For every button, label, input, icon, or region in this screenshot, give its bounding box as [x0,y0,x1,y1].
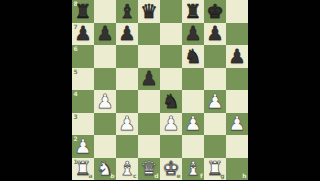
black-king-g8: ♚ [204,0,226,23]
square-b2[interactable] [94,135,116,158]
black-pawn-h6: ♟ [226,45,248,68]
square-e3[interactable]: ♟ [160,113,182,136]
square-e4[interactable]: ♞ [160,90,182,113]
square-h5[interactable] [226,68,248,91]
square-g7[interactable]: ♟ [204,23,226,46]
file-label-h: h [242,173,246,179]
square-d8[interactable]: ♛ [138,0,160,23]
white-pawn-c3: ♟ [116,113,138,136]
rank-label-2: 2 [74,136,78,142]
square-h8[interactable] [226,0,248,23]
square-f8[interactable]: ♜ [182,0,204,23]
square-c2[interactable] [116,135,138,158]
white-pawn-a2: ♟ [72,135,94,158]
white-pawn-e3: ♟ [160,113,182,136]
white-pawn-g4: ♟ [204,90,226,113]
square-e8[interactable] [160,0,182,23]
square-e7[interactable] [160,23,182,46]
square-e1[interactable]: e♚ [160,158,182,181]
rank-label-7: 7 [74,24,78,30]
square-b3[interactable] [94,113,116,136]
square-f7[interactable]: ♟ [182,23,204,46]
square-a3[interactable]: 3 [72,113,94,136]
file-label-b: b [110,173,114,179]
square-f4[interactable] [182,90,204,113]
square-g1[interactable]: g♜ [204,158,226,181]
rank-label-1: 1 [74,159,78,165]
rank-label-5: 5 [74,69,78,75]
black-pawn-g7: ♟ [204,23,226,46]
chess-board: 8♜♝♛♜♚7♟♟♟♟♟6♞♟5♟4♟♞♟3♟♟♟♟2♟1a♜b♞c♝d♛e♚f… [72,0,248,180]
white-pawn-b4: ♟ [94,90,116,113]
square-e6[interactable] [160,45,182,68]
letterbox-left [0,0,72,180]
square-c5[interactable] [116,68,138,91]
square-c3[interactable]: ♟ [116,113,138,136]
square-d7[interactable] [138,23,160,46]
square-f5[interactable] [182,68,204,91]
square-c4[interactable] [116,90,138,113]
white-rook-a1: ♜ [72,158,94,181]
white-bishop-f1: ♝ [182,158,204,181]
square-c6[interactable] [116,45,138,68]
square-h4[interactable] [226,90,248,113]
square-d6[interactable] [138,45,160,68]
square-f2[interactable] [182,135,204,158]
rank-label-4: 4 [74,91,78,97]
white-queen-d1: ♛ [138,158,160,181]
square-g4[interactable]: ♟ [204,90,226,113]
square-d1[interactable]: d♛ [138,158,160,181]
square-f3[interactable]: ♟ [182,113,204,136]
square-g2[interactable] [204,135,226,158]
black-rook-f8: ♜ [182,0,204,23]
square-a5[interactable]: 5 [72,68,94,91]
letterbox-right [248,0,320,180]
white-rook-g1: ♜ [204,158,226,181]
rank-label-8: 8 [74,1,78,7]
square-g8[interactable]: ♚ [204,0,226,23]
black-pawn-f7: ♟ [182,23,204,46]
square-f1[interactable]: f♝ [182,158,204,181]
square-d2[interactable] [138,135,160,158]
square-h1[interactable]: h [226,158,248,181]
square-b4[interactable]: ♟ [94,90,116,113]
square-b6[interactable] [94,45,116,68]
square-c7[interactable]: ♟ [116,23,138,46]
black-pawn-c7: ♟ [116,23,138,46]
white-bishop-c1: ♝ [116,158,138,181]
black-knight-e4: ♞ [160,90,182,113]
black-pawn-d5: ♟ [138,68,160,91]
square-a8[interactable]: 8♜ [72,0,94,23]
white-knight-b1: ♞ [94,158,116,181]
file-label-d: d [154,173,158,179]
square-g6[interactable] [204,45,226,68]
square-g5[interactable] [204,68,226,91]
square-h7[interactable] [226,23,248,46]
square-a4[interactable]: 4 [72,90,94,113]
file-label-g: g [220,173,224,179]
square-e5[interactable] [160,68,182,91]
black-pawn-b7: ♟ [94,23,116,46]
black-knight-f6: ♞ [182,45,204,68]
square-a6[interactable]: 6 [72,45,94,68]
square-b1[interactable]: b♞ [94,158,116,181]
black-rook-a8: ♜ [72,0,94,23]
file-label-e: e [176,173,180,179]
video-frame: 8♜♝♛♜♚7♟♟♟♟♟6♞♟5♟4♟♞♟3♟♟♟♟2♟1a♜b♞c♝d♛e♚f… [0,0,320,180]
square-e2[interactable] [160,135,182,158]
rank-label-6: 6 [74,46,78,52]
square-h6[interactable]: ♟ [226,45,248,68]
square-a7[interactable]: 7♟ [72,23,94,46]
square-d4[interactable] [138,90,160,113]
square-c8[interactable]: ♝ [116,0,138,23]
file-label-a: a [88,173,92,179]
black-bishop-c8: ♝ [116,0,138,23]
square-d5[interactable]: ♟ [138,68,160,91]
square-h3[interactable]: ♟ [226,113,248,136]
square-f6[interactable]: ♞ [182,45,204,68]
white-pawn-h3: ♟ [226,113,248,136]
black-queen-d8: ♛ [138,0,160,23]
file-label-f: f [200,173,203,179]
square-a1[interactable]: 1a♜ [72,158,94,181]
square-a2[interactable]: 2♟ [72,135,94,158]
file-label-c: c [133,173,137,179]
square-d3[interactable] [138,113,160,136]
white-king-e1: ♚ [160,158,182,181]
black-pawn-a7: ♟ [72,23,94,46]
square-c1[interactable]: c♝ [116,158,138,181]
rank-label-3: 3 [74,114,78,120]
white-pawn-f3: ♟ [182,113,204,136]
square-b7[interactable]: ♟ [94,23,116,46]
square-b8[interactable] [94,0,116,23]
square-h2[interactable] [226,135,248,158]
square-g3[interactable] [204,113,226,136]
square-b5[interactable] [94,68,116,91]
